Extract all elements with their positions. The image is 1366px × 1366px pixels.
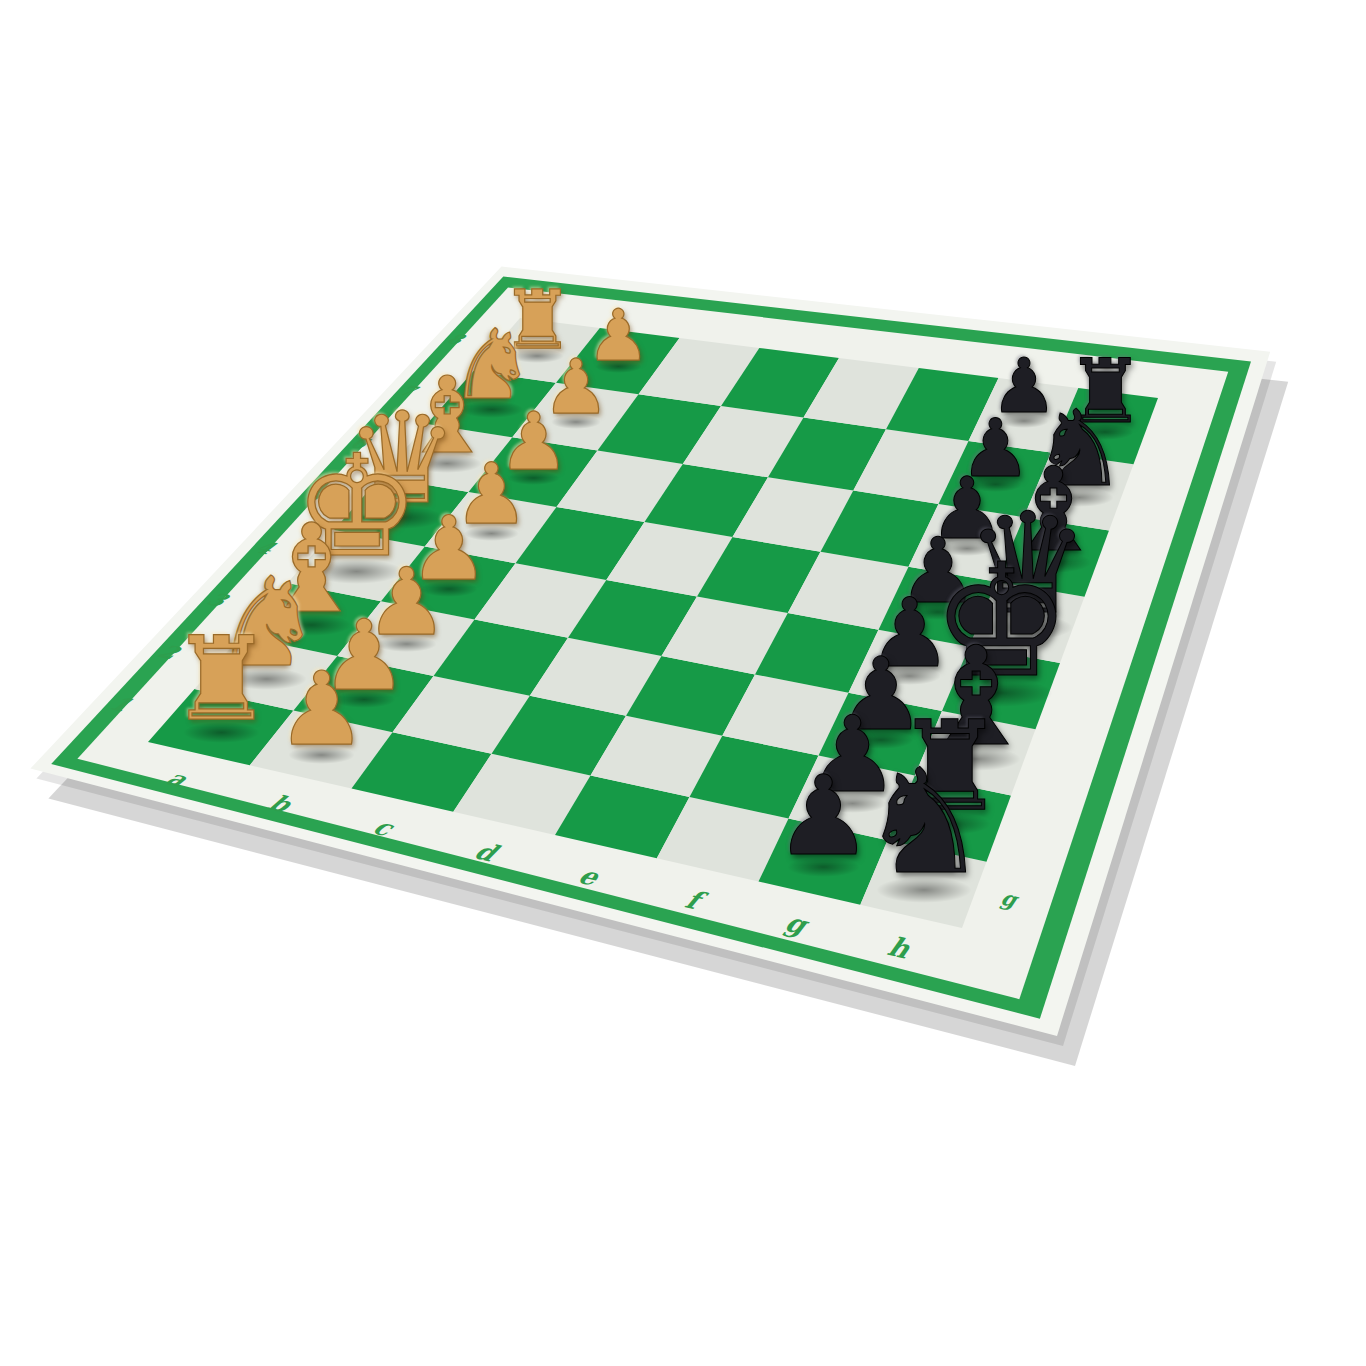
file-label-g: g xyxy=(754,890,837,958)
square-d7 xyxy=(0,0,1366,1366)
square-f7 xyxy=(0,0,1366,1366)
square-e5 xyxy=(0,0,1366,1366)
piece-ground-shadow xyxy=(310,559,403,584)
piece-bP-g1: ♟ xyxy=(774,765,873,870)
piece-wN-a2: ♞ xyxy=(211,563,322,680)
piece-wP-b3: ♟ xyxy=(365,558,448,646)
piece-ground-shadow xyxy=(999,414,1049,428)
file-label-a: a xyxy=(129,750,226,810)
square-a6 xyxy=(0,0,1366,1366)
piece-ground-shadow xyxy=(464,526,519,541)
square-b4 xyxy=(0,0,1366,1366)
square-d3 xyxy=(0,0,1366,1366)
piece-ground-shadow xyxy=(939,541,995,556)
piece-bQ-h5: ♛ xyxy=(965,498,1090,630)
coordinate-margin xyxy=(0,0,1366,1366)
file-label-d: d xyxy=(441,819,531,883)
piece-bP-g3: ♟ xyxy=(836,647,926,742)
piece-wQ-a5: ♛ xyxy=(345,400,458,520)
piece-ground-shadow xyxy=(876,877,972,903)
piece-wP-b5: ♟ xyxy=(454,455,529,535)
file-label-c: c xyxy=(337,796,430,859)
square-h4 xyxy=(0,0,1366,1366)
square-b7 xyxy=(0,0,1366,1366)
square-b6 xyxy=(0,0,1366,1366)
rank-label-8: 8 xyxy=(406,313,506,365)
piece-bP-g6: ♟ xyxy=(929,469,1005,550)
square-a2 xyxy=(0,0,1366,1366)
rank-label-7: 7 xyxy=(358,365,458,418)
mat-drop-shadow xyxy=(0,0,1366,1366)
square-d5 xyxy=(0,0,1366,1366)
square-a8 xyxy=(0,0,1366,1366)
square-d4 xyxy=(0,0,1366,1366)
piece-bB-h6: ♝ xyxy=(1002,455,1106,565)
piece-ground-shadow xyxy=(969,477,1022,491)
mat-drop-shadow-inner xyxy=(0,0,1366,1366)
piece-wR-a8: ♜ xyxy=(501,281,574,358)
piece-ground-shadow xyxy=(507,471,560,485)
piece-ground-shadow xyxy=(787,857,860,877)
square-c6 xyxy=(0,0,1366,1366)
square-c5 xyxy=(0,0,1366,1366)
piece-wP-b7: ♟ xyxy=(542,353,610,425)
square-g4 xyxy=(0,0,1366,1366)
rank-label-5: 5 xyxy=(263,468,363,523)
square-b5 xyxy=(0,0,1366,1366)
piece-ground-shadow xyxy=(183,722,259,743)
square-a4 xyxy=(0,0,1366,1366)
square-e2 xyxy=(0,0,1366,1366)
square-g7 xyxy=(0,0,1366,1366)
piece-ground-shadow xyxy=(510,349,564,364)
square-a5 xyxy=(0,0,1366,1366)
piece-ground-shadow xyxy=(818,794,887,813)
square-f6 xyxy=(0,0,1366,1366)
square-b1 xyxy=(0,0,1366,1366)
piece-bN-h1: ♞ xyxy=(859,754,989,892)
piece-bR-h8: ♜ xyxy=(1066,350,1145,434)
square-e3 xyxy=(0,0,1366,1366)
piece-ground-shadow xyxy=(1045,488,1114,507)
mat-border-strip xyxy=(0,0,1366,1366)
square-h7 xyxy=(0,0,1366,1366)
file-label-b: b xyxy=(233,773,328,834)
square-c1 xyxy=(0,0,1366,1366)
piece-ground-shadow xyxy=(376,636,437,653)
square-g1 xyxy=(0,0,1366,1366)
square-h6 xyxy=(0,0,1366,1366)
file-label-e: e xyxy=(546,843,634,909)
square-a7 xyxy=(0,0,1366,1366)
square-c8 xyxy=(0,0,1366,1366)
square-d8 xyxy=(0,0,1366,1366)
square-b2 xyxy=(0,0,1366,1366)
piece-ground-shadow xyxy=(288,746,355,764)
square-c7 xyxy=(0,0,1366,1366)
piece-ground-shadow xyxy=(1015,552,1091,573)
square-b3 xyxy=(0,0,1366,1366)
square-h1 xyxy=(0,0,1366,1366)
square-c4 xyxy=(0,0,1366,1366)
square-h3 xyxy=(0,0,1366,1366)
rank-label-4: 4 xyxy=(215,520,315,575)
square-f2 xyxy=(0,0,1366,1366)
square-e4 xyxy=(0,0,1366,1366)
piece-ground-shadow xyxy=(412,454,482,473)
file-label-h: h xyxy=(858,913,939,982)
chess-set-photo: abcdefgh12345678g♜♟♞♟♟♜♝♟♟♞♛♟♟♝♚♟♟♝♛♟♟♞♚… xyxy=(0,0,1366,1366)
piece-ground-shadow xyxy=(909,813,991,835)
piece-ground-shadow xyxy=(1076,424,1134,440)
piece-wR-a1: ♜ xyxy=(170,625,274,735)
piece-bP-g5: ♟ xyxy=(898,528,979,614)
square-e1 xyxy=(0,0,1366,1366)
piece-wP-b6: ♟ xyxy=(498,404,569,480)
square-f5 xyxy=(0,0,1366,1366)
piece-ground-shadow xyxy=(226,668,308,690)
piece-bP-g4: ♟ xyxy=(867,588,952,678)
square-h2 xyxy=(0,0,1366,1366)
square-h8 xyxy=(0,0,1366,1366)
square-c3 xyxy=(0,0,1366,1366)
piece-wP-b1: ♟ xyxy=(276,661,367,757)
piece-wP-b8: ♟ xyxy=(587,301,651,368)
square-g5 xyxy=(0,0,1366,1366)
square-f1 xyxy=(0,0,1366,1366)
piece-ground-shadow xyxy=(982,615,1074,640)
piece-bK-h4: ♚ xyxy=(932,547,1072,695)
piece-wN-a7: ♞ xyxy=(449,320,535,412)
square-g3 xyxy=(0,0,1366,1366)
vinyl-mat-sheet xyxy=(0,0,1366,1366)
square-e7 xyxy=(0,0,1366,1366)
square-f3 xyxy=(0,0,1366,1366)
square-c2 xyxy=(0,0,1366,1366)
piece-wP-b2: ♟ xyxy=(321,610,408,702)
rank-label-3: 3 xyxy=(167,572,266,628)
piece-ground-shadow xyxy=(595,360,642,373)
square-g6 xyxy=(0,0,1366,1366)
piece-wP-b4: ♟ xyxy=(409,507,488,591)
square-f8 xyxy=(0,0,1366,1366)
piece-ground-shadow xyxy=(950,679,1053,707)
rank-label-2: 2 xyxy=(119,624,218,681)
piece-ground-shadow xyxy=(271,614,352,636)
piece-ground-shadow xyxy=(908,604,968,620)
square-b8 xyxy=(0,0,1366,1366)
square-g2 xyxy=(0,0,1366,1366)
square-h5 xyxy=(0,0,1366,1366)
square-a3 xyxy=(0,0,1366,1366)
piece-wB-a6: ♝ xyxy=(400,365,494,465)
square-f4 xyxy=(0,0,1366,1366)
piece-bB-h3: ♝ xyxy=(915,631,1037,760)
piece-ground-shadow xyxy=(931,747,1021,772)
square-e8 xyxy=(0,0,1366,1366)
piece-wK-a4: ♚ xyxy=(294,440,420,573)
file-label-f: f xyxy=(650,866,736,933)
piece-ground-shadow xyxy=(848,731,914,749)
piece-bR-h2: ♜ xyxy=(894,709,1005,827)
square-d2 xyxy=(0,0,1366,1366)
piece-ground-shadow xyxy=(460,401,524,418)
piece-ground-shadow xyxy=(551,415,601,429)
piece-bP-g2: ♟ xyxy=(805,706,899,806)
square-d6 xyxy=(0,0,1366,1366)
square-a1 xyxy=(0,0,1366,1366)
piece-wB-a3: ♝ xyxy=(257,511,367,627)
rank-label-1: 1 xyxy=(72,676,171,733)
rank-label-6: 6 xyxy=(311,416,411,470)
piece-ground-shadow xyxy=(332,691,396,708)
square-d1 xyxy=(0,0,1366,1366)
piece-ground-shadow xyxy=(878,667,941,684)
piece-bP-g8: ♟ xyxy=(990,351,1058,423)
piece-bN-h7: ♞ xyxy=(1032,399,1126,499)
corner-logo-mark: g xyxy=(969,864,1048,934)
piece-ground-shadow xyxy=(420,581,478,597)
square-e6 xyxy=(0,0,1366,1366)
piece-bP-g7: ♟ xyxy=(959,410,1031,486)
square-g8 xyxy=(0,0,1366,1366)
piece-ground-shadow xyxy=(360,506,443,529)
